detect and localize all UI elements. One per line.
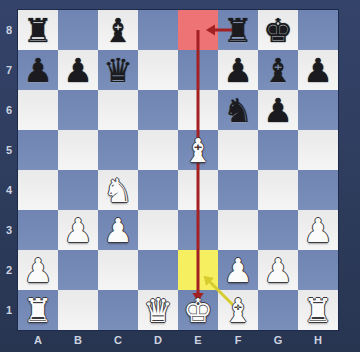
square-b5[interactable]: [58, 130, 98, 170]
file-label-e: E: [178, 330, 218, 350]
square-g1[interactable]: [258, 290, 298, 330]
piece-white-rook-a1[interactable]: ♜: [18, 290, 58, 330]
piece-white-rook-h1[interactable]: ♜: [298, 290, 338, 330]
file-label-h: H: [298, 330, 338, 350]
square-b8[interactable]: [58, 10, 98, 50]
piece-black-pawn-a7[interactable]: ♟: [18, 50, 58, 90]
square-h5[interactable]: [298, 130, 338, 170]
square-d8[interactable]: [138, 10, 178, 50]
piece-black-pawn-b7[interactable]: ♟: [58, 50, 98, 90]
piece-black-rook-a8[interactable]: ♜: [18, 10, 58, 50]
board-frame: ♜♝♜♚♟♟♛♟♝♟♞♟♝♞♟♟♟♟♟♟♜♛♚♝♜ 87654321 ABCDE…: [0, 0, 360, 352]
square-g4[interactable]: [258, 170, 298, 210]
square-a4[interactable]: [18, 170, 58, 210]
square-d4[interactable]: [138, 170, 178, 210]
piece-white-pawn-a2[interactable]: ♟: [18, 250, 58, 290]
piece-black-knight-f6[interactable]: ♞: [218, 90, 258, 130]
file-label-f: F: [218, 330, 258, 350]
square-d2[interactable]: [138, 250, 178, 290]
square-a6[interactable]: [18, 90, 58, 130]
square-c6[interactable]: [98, 90, 138, 130]
piece-black-bishop-c8[interactable]: ♝: [98, 10, 138, 50]
square-h2[interactable]: [298, 250, 338, 290]
square-h8[interactable]: [298, 10, 338, 50]
rank-label-7: 7: [0, 50, 18, 90]
square-c2[interactable]: [98, 250, 138, 290]
square-d6[interactable]: [138, 90, 178, 130]
square-c1[interactable]: [98, 290, 138, 330]
square-h6[interactable]: [298, 90, 338, 130]
file-label-b: B: [58, 330, 98, 350]
square-b6[interactable]: [58, 90, 98, 130]
square-f3[interactable]: [218, 210, 258, 250]
file-label-a: A: [18, 330, 58, 350]
piece-black-pawn-h7[interactable]: ♟: [298, 50, 338, 90]
piece-white-pawn-g2[interactable]: ♟: [258, 250, 298, 290]
rank-label-2: 2: [0, 250, 18, 290]
square-e3[interactable]: [178, 210, 218, 250]
square-a5[interactable]: [18, 130, 58, 170]
piece-white-pawn-c3[interactable]: ♟: [98, 210, 138, 250]
square-d7[interactable]: [138, 50, 178, 90]
piece-white-knight-c4[interactable]: ♞: [98, 170, 138, 210]
piece-white-pawn-f2[interactable]: ♟: [218, 250, 258, 290]
square-e2[interactable]: [178, 250, 218, 290]
square-d3[interactable]: [138, 210, 178, 250]
square-g3[interactable]: [258, 210, 298, 250]
piece-black-pawn-g6[interactable]: ♟: [258, 90, 298, 130]
piece-black-queen-c7[interactable]: ♛: [98, 50, 138, 90]
square-f5[interactable]: [218, 130, 258, 170]
rank-label-6: 6: [0, 90, 18, 130]
square-c5[interactable]: [98, 130, 138, 170]
piece-white-queen-d1[interactable]: ♛: [138, 290, 178, 330]
square-h4[interactable]: [298, 170, 338, 210]
piece-white-bishop-e5[interactable]: ♝: [178, 130, 218, 170]
file-label-g: G: [258, 330, 298, 350]
square-a3[interactable]: [18, 210, 58, 250]
piece-black-rook-f8[interactable]: ♜: [218, 10, 258, 50]
rank-label-8: 8: [0, 10, 18, 50]
rank-label-4: 4: [0, 170, 18, 210]
piece-white-king-e1[interactable]: ♚: [178, 290, 218, 330]
square-f4[interactable]: [218, 170, 258, 210]
square-b2[interactable]: [58, 250, 98, 290]
piece-black-bishop-g7[interactable]: ♝: [258, 50, 298, 90]
square-e4[interactable]: [178, 170, 218, 210]
rank-label-5: 5: [0, 130, 18, 170]
square-g5[interactable]: [258, 130, 298, 170]
rank-label-1: 1: [0, 290, 18, 330]
file-label-d: D: [138, 330, 178, 350]
piece-white-bishop-f1[interactable]: ♝: [218, 290, 258, 330]
square-e8[interactable]: [178, 10, 218, 50]
square-d5[interactable]: [138, 130, 178, 170]
piece-white-pawn-h3[interactable]: ♟: [298, 210, 338, 250]
square-e6[interactable]: [178, 90, 218, 130]
piece-black-pawn-f7[interactable]: ♟: [218, 50, 258, 90]
square-b1[interactable]: [58, 290, 98, 330]
rank-label-3: 3: [0, 210, 18, 250]
file-label-c: C: [98, 330, 138, 350]
piece-black-king-g8[interactable]: ♚: [258, 10, 298, 50]
square-b4[interactable]: [58, 170, 98, 210]
piece-white-pawn-b3[interactable]: ♟: [58, 210, 98, 250]
square-e7[interactable]: [178, 50, 218, 90]
